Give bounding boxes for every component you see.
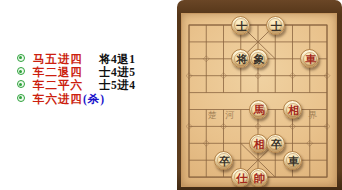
piece-red-elephant[interactable]: 相 (283, 100, 302, 119)
piece-red-elephant[interactable]: 相 (249, 134, 268, 153)
replay-circle-icon[interactable] (17, 80, 25, 88)
piece-character: 馬 (250, 101, 269, 120)
piece-black-advisor[interactable]: 士 (266, 16, 285, 35)
move-row[interactable]: 车二平六士5进4 (0, 78, 177, 91)
move-list-panel: 马五进四将4退1车二退四士4进5车二平六士5进4车六进四(杀) (0, 0, 177, 190)
piece-character: 象 (250, 50, 269, 69)
piece-character: 士 (232, 17, 251, 36)
move-row[interactable]: 马五进四将4退1 (0, 52, 177, 65)
piece-red-general[interactable]: 帥 (249, 168, 268, 187)
piece-character: 相 (284, 101, 303, 120)
move-row[interactable]: 车六进四(杀) (0, 92, 177, 105)
move-row[interactable]: 车二退四士4进5 (0, 65, 177, 78)
replay-circle-icon[interactable] (17, 54, 25, 62)
piece-character: 士 (267, 17, 286, 36)
piece-black-soldier[interactable]: 卒 (266, 134, 285, 153)
piece-black-soldier[interactable]: 卒 (214, 151, 233, 170)
piece-black-chariot[interactable]: 車 (283, 151, 302, 170)
piece-black-advisor[interactable]: 士 (231, 16, 250, 35)
mate-annotation: (杀) (83, 93, 105, 105)
piece-character: 卒 (267, 135, 286, 154)
replay-circle-icon[interactable] (17, 94, 25, 102)
piece-character: 車 (301, 50, 320, 69)
piece-black-general[interactable]: 将 (231, 49, 250, 68)
pieces-layer: 帥仕相相馬車将象士士車卒卒 (177, 0, 342, 190)
piece-character: 仕 (232, 169, 251, 188)
piece-character: 帥 (250, 169, 269, 188)
red-move-text: 车六进四(杀) (33, 92, 105, 107)
piece-red-horse[interactable]: 馬 (249, 100, 268, 119)
xiangqi-board: 楚 河 漢 界 帥仕相相馬車将象士士車卒卒 (177, 0, 342, 190)
piece-black-elephant[interactable]: 象 (249, 49, 268, 68)
piece-character: 車 (284, 152, 303, 171)
piece-character: 卒 (215, 152, 234, 171)
replay-circle-icon[interactable] (17, 67, 25, 75)
piece-red-advisor[interactable]: 仕 (231, 168, 250, 187)
piece-red-chariot[interactable]: 車 (300, 49, 319, 68)
